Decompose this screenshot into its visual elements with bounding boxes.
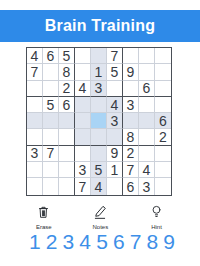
cell-r8c1[interactable] [27,162,43,178]
number-pad: 123456789 [29,231,175,252]
cell-r3c1[interactable] [27,81,43,97]
cell-r5c2[interactable] [43,113,59,129]
numpad-key-2[interactable]: 2 [46,231,58,252]
numpad-key-4[interactable]: 4 [79,231,91,252]
cell-r1c1[interactable]: 4 [27,48,43,64]
cell-r7c5[interactable] [91,146,107,162]
cell-r4c3[interactable]: 6 [59,97,75,113]
cell-r3c4[interactable]: 4 [75,81,91,97]
cell-r4c1[interactable] [27,97,43,113]
cell-r1c5[interactable] [91,48,107,64]
cell-r5c7[interactable] [123,113,139,129]
cell-r1c4[interactable] [75,48,91,64]
cell-r9c6[interactable] [107,178,123,194]
cell-r2c2[interactable] [43,64,59,80]
cell-r8c6[interactable]: 1 [107,162,123,178]
numpad-key-9[interactable]: 9 [163,231,175,252]
cell-r5c5[interactable] [91,113,107,129]
cell-r6c2[interactable] [43,129,59,145]
cell-r2c6[interactable]: 5 [107,64,123,80]
cell-r3c3[interactable]: 2 [59,81,75,97]
cell-r2c1[interactable]: 7 [27,64,43,80]
numpad-key-3[interactable]: 3 [63,231,75,252]
cell-r3c6[interactable] [107,81,123,97]
numpad-key-5[interactable]: 5 [96,231,108,252]
trash-icon [36,204,51,223]
pencil-icon [92,204,108,223]
cell-r4c4[interactable] [75,97,91,113]
cell-r9c5[interactable]: 4 [91,178,107,194]
app-title: Brain Training [45,17,155,35]
cell-r9c7[interactable]: 6 [123,178,139,194]
cell-r5c1[interactable] [27,113,43,129]
cell-r4c2[interactable]: 5 [43,97,59,113]
cell-r4c9[interactable] [155,97,171,113]
cell-r6c4[interactable] [75,129,91,145]
cell-r6c9[interactable]: 2 [155,129,171,145]
cell-r8c3[interactable] [59,162,75,178]
sudoku-board: 4657781592436564336823792351747463 [26,47,172,196]
cell-r1c8[interactable] [139,48,155,64]
cell-r8c4[interactable]: 3 [75,162,91,178]
cell-r3c8[interactable]: 6 [139,81,155,97]
cell-r2c5[interactable]: 1 [91,64,107,80]
numpad-key-7[interactable]: 7 [130,231,142,252]
cell-r2c8[interactable] [139,64,155,80]
cell-r6c3[interactable] [59,129,75,145]
cell-r9c2[interactable] [43,178,59,194]
cell-r3c7[interactable] [123,81,139,97]
cell-r8c2[interactable] [43,162,59,178]
cell-r7c7[interactable]: 2 [123,146,139,162]
cell-r2c9[interactable] [155,64,171,80]
cell-r1c3[interactable]: 5 [59,48,75,64]
cell-r7c3[interactable] [59,146,75,162]
cell-r4c8[interactable] [139,97,155,113]
numpad-key-8[interactable]: 8 [146,231,158,252]
cell-r9c1[interactable] [27,178,43,194]
cell-r8c9[interactable] [155,162,171,178]
cell-r5c4[interactable] [75,113,91,129]
cell-r5c3[interactable] [59,113,75,129]
cell-r6c7[interactable]: 8 [123,129,139,145]
cell-r7c4[interactable] [75,146,91,162]
cell-r1c9[interactable] [155,48,171,64]
numpad-key-6[interactable]: 6 [113,231,125,252]
cell-r7c1[interactable]: 3 [27,146,43,162]
cell-r7c6[interactable]: 9 [107,146,123,162]
cell-r8c5[interactable]: 5 [91,162,107,178]
cell-r5c6[interactable]: 3 [107,113,123,129]
cell-r9c3[interactable] [59,178,75,194]
cell-r4c5[interactable] [91,97,107,113]
cell-r8c8[interactable]: 4 [139,162,155,178]
cell-r9c4[interactable]: 7 [75,178,91,194]
cell-r6c1[interactable] [27,129,43,145]
cell-r6c8[interactable] [139,129,155,145]
cell-r3c2[interactable] [43,81,59,97]
hint-button[interactable]: Hint [149,204,164,230]
cell-r1c7[interactable] [123,48,139,64]
erase-button[interactable]: Erase [36,204,52,230]
numpad-key-1[interactable]: 1 [29,231,41,252]
app-header: Brain Training [0,10,200,42]
cell-r9c9[interactable] [155,178,171,194]
cell-r7c8[interactable] [139,146,155,162]
cell-r4c7[interactable]: 3 [123,97,139,113]
cell-r8c7[interactable]: 7 [123,162,139,178]
toolbar: Erase Notes Hint [36,204,164,230]
notes-button[interactable]: Notes [92,204,108,230]
cell-r2c7[interactable]: 9 [123,64,139,80]
cell-r4c6[interactable]: 4 [107,97,123,113]
cell-r7c9[interactable] [155,146,171,162]
cell-r7c2[interactable]: 7 [43,146,59,162]
cell-r3c5[interactable]: 3 [91,81,107,97]
cell-r2c4[interactable] [75,64,91,80]
cell-r3c9[interactable] [155,81,171,97]
cell-r6c6[interactable] [107,129,123,145]
cell-r6c5[interactable] [91,129,107,145]
lightbulb-icon [149,204,164,223]
cell-r1c2[interactable]: 6 [43,48,59,64]
cell-r5c8[interactable] [139,113,155,129]
cell-r2c3[interactable]: 8 [59,64,75,80]
cell-r9c8[interactable]: 3 [139,178,155,194]
cell-r5c9[interactable]: 6 [155,113,171,129]
cell-r1c6[interactable]: 7 [107,48,123,64]
